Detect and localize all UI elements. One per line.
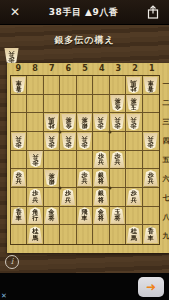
shogi-piece-gote[interactable]: 金将 [110, 95, 125, 112]
piece-kanji: 兵 [32, 153, 38, 160]
piece-kanji: 兵 [148, 134, 154, 141]
piece-kanji: 行 [32, 215, 38, 222]
board-cell[interactable]: 金将 [93, 207, 109, 226]
shogi-piece-sente[interactable]: 香車 [11, 207, 26, 224]
piece-kanji: 将 [98, 178, 104, 185]
board-cell[interactable] [27, 95, 43, 114]
piece-kanji: 兵 [114, 159, 120, 166]
shogi-piece-gote[interactable]: 玉将 [126, 95, 141, 112]
board-cell[interactable]: 角行 [27, 207, 43, 226]
piece-kanji: 兵 [148, 178, 154, 185]
navigation-bar: ✕ 38手目 ▲9八香 [0, 0, 169, 25]
board-cell[interactable] [110, 132, 126, 151]
corner-mark-icon: ✕ [1, 293, 7, 300]
board-cell[interactable]: 歩兵 [11, 169, 27, 188]
shogi-piece-sente[interactable]: 歩兵 [110, 151, 125, 168]
hoshi-dot [59, 130, 62, 133]
board-cell[interactable]: 金将 [44, 207, 60, 226]
file-label: 1 [143, 63, 160, 75]
piece-kanji: 兵 [98, 159, 104, 166]
board-cell[interactable]: 歩兵 [77, 132, 93, 151]
shogi-piece-gote[interactable]: 歩兵 [77, 133, 92, 150]
shogi-piece-sente[interactable]: 飛車 [77, 207, 92, 224]
board-cell[interactable] [126, 151, 142, 170]
board-cell[interactable] [27, 113, 43, 132]
rank-label: 二 [161, 94, 169, 113]
piece-kanji: 車 [16, 215, 22, 222]
piece-kanji: 車 [16, 78, 22, 85]
piece-kanji: 将 [98, 215, 104, 222]
shogi-piece-gote[interactable]: 銀将 [44, 170, 59, 187]
board-cell[interactable] [77, 95, 93, 114]
shogi-piece-sente[interactable]: 歩兵 [11, 170, 26, 187]
rank-label: 一 [161, 75, 169, 94]
board-cell[interactable] [93, 225, 109, 244]
shogi-piece-sente[interactable]: 銀将 [93, 189, 108, 206]
board-cell[interactable]: 金将 [60, 113, 76, 132]
piece-kanji: 兵 [131, 116, 137, 123]
board-cell[interactable] [126, 169, 142, 188]
shogi-piece-sente[interactable]: 歩兵 [93, 151, 108, 168]
board-cell[interactable] [11, 225, 27, 244]
piece-kanji: 将 [114, 215, 120, 222]
board-cell[interactable] [44, 188, 60, 207]
piece-kanji: 馬 [131, 78, 137, 85]
board-cell[interactable] [143, 151, 159, 170]
formation-caption: 銀多伝の構え [0, 34, 169, 47]
shogi-piece-sente[interactable]: 歩兵 [28, 189, 43, 206]
board-cell[interactable]: 香車 [143, 76, 159, 95]
board-cell[interactable] [93, 95, 109, 114]
shogi-piece-sente[interactable]: 金将 [93, 207, 108, 224]
file-label: 2 [127, 63, 144, 75]
shogi-piece-gote[interactable]: 桂馬 [44, 114, 59, 131]
shogi-piece-gote[interactable]: 歩兵 [110, 114, 125, 131]
board-cell[interactable] [110, 188, 126, 207]
board-cell[interactable] [27, 169, 43, 188]
board-cell[interactable] [60, 151, 76, 170]
piece-kanji: 将 [98, 197, 104, 204]
rank-labels: 一二三四五六七八九 [161, 75, 169, 245]
board-cell[interactable] [60, 225, 76, 244]
shogi-piece-gote[interactable]: 歩兵 [126, 114, 141, 131]
shogi-piece-gote[interactable]: 香車 [143, 77, 158, 94]
board-cell[interactable] [143, 188, 159, 207]
piece-kanji: 兵 [131, 197, 137, 204]
shogi-piece-gote[interactable]: 歩兵 [61, 133, 76, 150]
board-cell[interactable] [93, 76, 109, 95]
board-cell[interactable]: 香車 [143, 225, 159, 244]
rank-label: 五 [161, 151, 169, 170]
file-label: 4 [93, 63, 110, 75]
piece-kanji: 兵 [81, 178, 87, 185]
piece-kanji: 将 [49, 172, 55, 179]
piece-kanji: 兵 [16, 178, 22, 185]
board-cell[interactable] [77, 76, 93, 95]
board-cell[interactable]: 歩兵 [11, 132, 27, 151]
piece-kanji: 兵 [98, 116, 104, 123]
hoshi-dot [109, 187, 112, 190]
piece-kanji: 兵 [32, 197, 38, 204]
rank-label: 六 [161, 169, 169, 188]
right-arrow-icon: ➜ [146, 281, 156, 293]
piece-kanji: 歩 [32, 159, 38, 166]
board-cell[interactable] [77, 225, 93, 244]
piece-kanji: 将 [131, 97, 137, 104]
shogi-piece-sente[interactable]: 歩兵 [126, 189, 141, 206]
board-cell[interactable] [143, 207, 159, 226]
board-cell[interactable] [77, 188, 93, 207]
board-cell[interactable] [44, 95, 60, 114]
board-cell[interactable] [44, 225, 60, 244]
shogi-piece-gote[interactable]: 金将 [61, 114, 76, 131]
board-cell[interactable] [27, 76, 43, 95]
file-label: 5 [77, 63, 94, 75]
board-cell[interactable]: 歩兵 [27, 188, 43, 207]
shogi-piece-sente[interactable]: 角行 [28, 207, 43, 224]
piece-kanji: 兵 [65, 134, 71, 141]
rank-label: 八 [161, 207, 169, 226]
board-cell[interactable] [77, 151, 93, 170]
piece-kanji: 将 [49, 215, 55, 222]
board-cell[interactable] [60, 76, 76, 95]
shogi-piece-sente[interactable]: 玉将 [110, 207, 125, 224]
piece-kanji: 将 [114, 97, 120, 104]
shogi-piece-gote[interactable]: 銀将 [77, 114, 92, 131]
board-cell[interactable] [60, 95, 76, 114]
board-cell[interactable]: 歩兵 [60, 132, 76, 151]
board-cell[interactable] [110, 76, 126, 95]
hoshi-dot [109, 130, 112, 133]
board-cell[interactable] [11, 188, 27, 207]
shogi-piece-sente[interactable]: 歩兵 [61, 189, 76, 206]
piece-kanji: 兵 [9, 50, 15, 57]
shogi-piece-sente[interactable]: 香車 [143, 226, 158, 243]
piece-kanji: 兵 [16, 134, 22, 141]
board-cell[interactable]: 玉将 [110, 207, 126, 226]
next-move-button[interactable]: ➜ [138, 277, 164, 297]
rank-label: 九 [161, 226, 169, 245]
board-cell[interactable] [60, 169, 76, 188]
board-cell[interactable]: 歩兵 [110, 113, 126, 132]
board-cell[interactable]: 香車 [11, 207, 27, 226]
board-cell[interactable]: 銀将 [93, 169, 109, 188]
piece-kanji: 馬 [131, 235, 137, 242]
file-label: 8 [27, 63, 44, 75]
board-cell[interactable]: 歩兵 [60, 188, 76, 207]
board-cell[interactable] [60, 207, 76, 226]
board-grid: 香車桂馬香車金将玉将桂馬金将銀将歩兵歩兵歩兵歩兵歩兵歩兵歩兵歩兵歩兵歩兵歩兵歩兵… [10, 75, 160, 245]
board-cell[interactable] [11, 95, 27, 114]
board-cell[interactable]: 歩兵 [93, 151, 109, 170]
close-icon[interactable]: ✕ [10, 6, 20, 18]
move-title: 38手目 ▲9八香 [49, 6, 118, 19]
piece-kanji: 玉 [131, 103, 137, 110]
board-cell[interactable]: 銀将 [77, 113, 93, 132]
file-label: 3 [110, 63, 127, 75]
rank-label: 七 [161, 188, 169, 207]
board-cell[interactable] [143, 95, 159, 114]
file-labels: 987654321 [10, 63, 160, 75]
board-cell[interactable] [44, 151, 60, 170]
board-cell[interactable]: 歩兵 [110, 151, 126, 170]
board-cell[interactable]: 歩兵 [44, 132, 60, 151]
piece-kanji: 兵 [114, 116, 120, 123]
piece-kanji: 車 [81, 215, 87, 222]
shogi-piece-gote[interactable]: 歩兵 [11, 133, 26, 150]
board-cell[interactable] [27, 132, 43, 151]
piece-kanji: 兵 [81, 134, 87, 141]
board-cell[interactable] [110, 169, 126, 188]
piece-kanji: 将 [65, 116, 71, 123]
share-icon[interactable] [147, 5, 159, 19]
board-cell[interactable] [126, 132, 142, 151]
board-cell[interactable]: 歩兵 [126, 188, 142, 207]
piece-kanji: 車 [148, 78, 154, 85]
shogi-piece-gote[interactable]: 歩兵 [44, 133, 59, 150]
shogi-board: 987654321 一二三四五六七八九 香車桂馬香車金将玉将桂馬金将銀将歩兵歩兵… [7, 63, 169, 253]
board-cell[interactable]: 桂馬 [27, 225, 43, 244]
app-screen: ✕ 38手目 ▲9八香 銀多伝の構え 歩兵 987654321 一二三四五六七八… [0, 0, 169, 300]
board-cell[interactable]: 桂馬 [44, 113, 60, 132]
piece-kanji: 兵 [49, 134, 55, 141]
board-cell[interactable] [126, 207, 142, 226]
board-cell[interactable] [44, 76, 60, 95]
info-icon[interactable]: i [5, 255, 19, 269]
board-cell[interactable]: 桂馬 [126, 76, 142, 95]
board-cell[interactable]: 歩兵 [77, 169, 93, 188]
board-cell[interactable]: 玉将 [126, 95, 142, 114]
file-label: 6 [60, 63, 77, 75]
file-label: 9 [10, 63, 27, 75]
piece-kanji: 兵 [65, 197, 71, 204]
board-cell[interactable]: 金将 [110, 95, 126, 114]
shogi-piece-gote[interactable]: 歩兵 [93, 114, 108, 131]
board-cell[interactable]: 桂馬 [126, 225, 142, 244]
shogi-piece-sente[interactable]: 歩兵 [77, 170, 92, 187]
board-cell[interactable]: 香車 [11, 76, 27, 95]
piece-kanji: 金 [114, 103, 120, 110]
board-cell[interactable]: 歩兵 [93, 113, 109, 132]
bottom-toolbar: ➜ ✕ [0, 273, 169, 300]
board-cell[interactable]: 歩兵 [27, 151, 43, 170]
file-label: 7 [43, 63, 60, 75]
shogi-piece-sente[interactable]: 歩兵 [143, 170, 158, 187]
board-cell[interactable]: 銀将 [93, 188, 109, 207]
piece-kanji: 馬 [32, 235, 38, 242]
shogi-piece-sente[interactable]: 金将 [44, 207, 59, 224]
shogi-piece-gote[interactable]: 歩兵 [28, 151, 43, 168]
board-cell[interactable]: 歩兵 [143, 169, 159, 188]
rank-label: 三 [161, 113, 169, 132]
hoshi-dot [59, 187, 62, 190]
board-cell[interactable]: 歩兵 [143, 132, 159, 151]
piece-kanji: 将 [81, 116, 87, 123]
board-cell[interactable] [11, 113, 27, 132]
board-cell[interactable]: 歩兵 [126, 113, 142, 132]
board-cell[interactable] [93, 132, 109, 151]
board-cell[interactable] [143, 113, 159, 132]
shogi-piece-sente[interactable]: 桂馬 [126, 226, 141, 243]
shogi-piece-sente[interactable]: 銀将 [93, 170, 108, 187]
shogi-piece-sente[interactable]: 桂馬 [28, 226, 43, 243]
rank-label: 四 [161, 132, 169, 151]
shogi-piece-gote[interactable]: 歩兵 [143, 133, 158, 150]
board-cell[interactable]: 飛車 [77, 207, 93, 226]
board-cell[interactable] [110, 225, 126, 244]
shogi-piece-gote[interactable]: 香車 [11, 77, 26, 94]
board-cell[interactable]: 銀将 [44, 169, 60, 188]
shogi-piece-gote[interactable]: 桂馬 [126, 77, 141, 94]
piece-kanji: 車 [148, 235, 154, 242]
lower-strip [0, 253, 169, 273]
piece-kanji: 馬 [49, 116, 55, 123]
board-cell[interactable] [11, 151, 27, 170]
